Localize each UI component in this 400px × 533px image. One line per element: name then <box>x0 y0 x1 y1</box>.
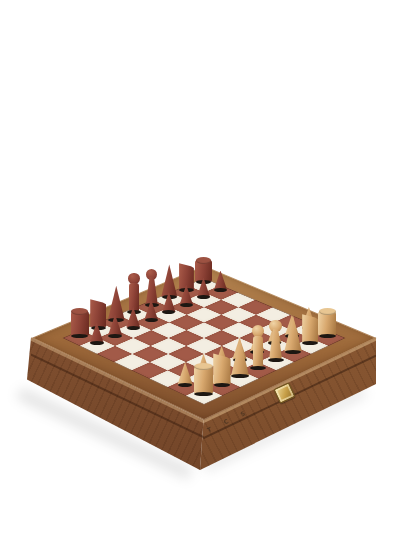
piece-base <box>197 295 210 299</box>
piece-terracotta-pawn <box>162 292 175 314</box>
piece-base <box>108 334 121 338</box>
piece-base <box>178 383 193 387</box>
piece-natural-pawn <box>178 362 193 387</box>
piece-natural-knight <box>213 352 230 387</box>
piece-body <box>180 285 193 305</box>
piece-natural-bishop <box>284 316 301 354</box>
piece-body <box>253 336 263 368</box>
piece-base <box>194 392 213 396</box>
piece-body <box>302 313 318 343</box>
piece-body <box>268 329 283 360</box>
piece-natural-rook <box>318 310 336 338</box>
piece-body <box>126 307 140 328</box>
piece-body <box>178 362 193 385</box>
piece-base <box>250 366 265 370</box>
piece-terracotta-pawn <box>214 271 227 292</box>
piece-body <box>90 322 104 343</box>
piece-base <box>71 334 88 338</box>
piece-base <box>268 358 284 362</box>
piece-natural-queen <box>250 325 266 370</box>
piece-terracotta-pawn <box>197 278 210 300</box>
piece-natural-king <box>267 320 284 362</box>
piece-body <box>144 299 158 319</box>
piece-terracotta-pawn <box>108 315 122 338</box>
piece-base <box>319 334 336 338</box>
piece-body <box>71 310 89 336</box>
piece-body <box>108 315 122 336</box>
piece-natural-rook <box>194 365 214 396</box>
piece-base <box>214 383 231 387</box>
piece-body <box>213 352 230 385</box>
piece-base <box>90 341 104 345</box>
piece-natural-knight <box>302 313 318 345</box>
piece-base <box>302 341 318 345</box>
piece-terracotta-rook <box>71 310 89 338</box>
piece-body <box>194 365 214 394</box>
piece-base <box>214 288 226 292</box>
piece-terracotta-pawn <box>180 285 193 307</box>
piece-base <box>231 374 248 378</box>
product-photo: T C S <box>0 0 400 533</box>
piece-body <box>284 316 301 352</box>
piece-natural-bishop <box>231 339 249 379</box>
piece-base <box>285 350 302 354</box>
piece-base <box>180 303 193 307</box>
piece-base <box>145 318 158 322</box>
piece-body <box>162 292 175 312</box>
piece-terracotta-pawn <box>126 307 140 330</box>
piece-base <box>127 326 140 330</box>
piece-body <box>214 271 227 290</box>
piece-terracotta-pawn <box>144 299 158 321</box>
piece-base <box>162 310 175 314</box>
piece-terracotta-pawn <box>90 322 104 345</box>
piece-body <box>231 339 249 377</box>
piece-body <box>318 310 336 336</box>
